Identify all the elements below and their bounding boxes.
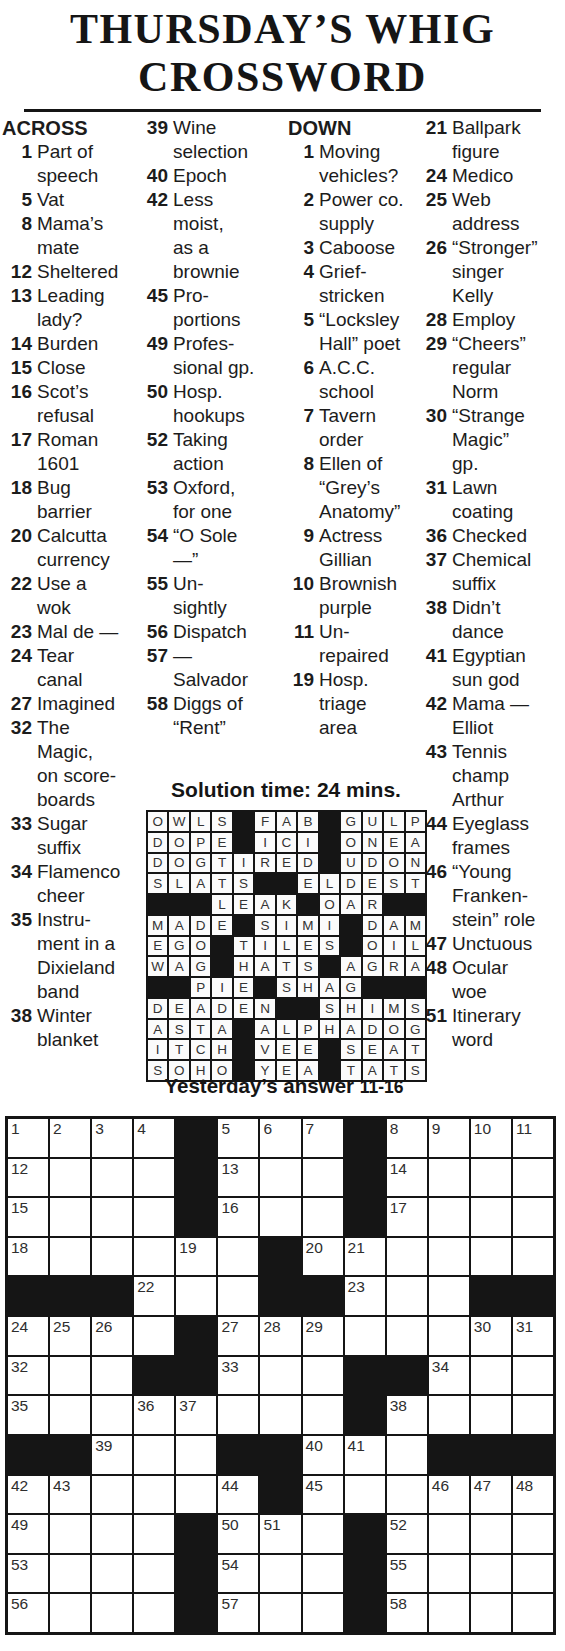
clue-down-43: 43Tennis champ Arthur (417, 740, 565, 812)
grid-cell[interactable] (134, 1436, 174, 1474)
clue-number: 5 (280, 308, 314, 332)
solution-letter-cell: O (191, 937, 210, 956)
grid-cell[interactable] (303, 1594, 343, 1632)
clue-across-5: 5Vat (2, 188, 134, 212)
grid-cell[interactable] (92, 1238, 132, 1276)
grid-cell[interactable]: 52 (387, 1515, 427, 1553)
clue-number: 34 (2, 860, 32, 884)
grid-cell[interactable] (513, 1555, 553, 1593)
solution-block-cell (384, 895, 403, 914)
grid-cell[interactable]: 33 (218, 1357, 258, 1395)
clue-down-7: 7Tavern order (280, 404, 418, 452)
clue-text: — Salvador (168, 644, 248, 692)
clue-text: “Locksley Hall” poet (314, 308, 400, 356)
cell-number: 55 (390, 1555, 407, 1574)
grid-cell[interactable]: 45 (303, 1476, 343, 1514)
solution-letter-cell: I (212, 978, 231, 997)
cell-number: 51 (263, 1515, 280, 1534)
solution-letter-cell: E (277, 1040, 296, 1059)
grid-cell[interactable] (387, 1436, 427, 1474)
clue-across-33: 33Sugar suffix (2, 812, 134, 860)
clue-text: Tear canal (32, 644, 82, 692)
solution-letter-cell: A (148, 1020, 167, 1039)
solution-letter-cell: A (255, 1020, 274, 1039)
clue-text: Actress Gillian (314, 524, 382, 572)
solution-block-cell (320, 833, 339, 852)
solution-block-cell (277, 999, 296, 1018)
grid-cell[interactable]: 25 (50, 1317, 90, 1355)
grid-cell[interactable]: 26 (92, 1317, 132, 1355)
cell-number: 58 (390, 1594, 407, 1613)
grid-cell[interactable] (134, 1594, 174, 1632)
solution-letter-cell: O (169, 854, 188, 873)
solution-letter-cell: E (277, 854, 296, 873)
solution-letter-cell: I (255, 937, 274, 956)
grid-cell[interactable]: 55 (387, 1555, 427, 1593)
grid-cell[interactable]: 3 (92, 1119, 132, 1157)
solution-block-cell (320, 854, 339, 873)
solution-letter-cell: T (234, 937, 253, 956)
solution-letter-cell: S (277, 978, 296, 997)
solution-letter-cell: N (406, 854, 425, 873)
grid-cell[interactable] (92, 1396, 132, 1434)
clue-number: 21 (417, 116, 447, 140)
clue-number: 27 (2, 692, 32, 716)
crossword-grid: 1234567891011121314151617181920212223242… (5, 1116, 556, 1635)
grid-cell[interactable]: 37 (176, 1396, 216, 1434)
grid-cell[interactable]: 18 (8, 1238, 48, 1276)
grid-cell[interactable]: 36 (134, 1396, 174, 1434)
clue-across-50: 50Hosp. hookups (138, 380, 272, 428)
solution-letter-cell: T (191, 1020, 210, 1039)
grid-cell[interactable] (471, 1159, 511, 1197)
clue-down-29: 29“Cheers” regular Norm (417, 332, 565, 404)
grid-cell[interactable] (92, 1198, 132, 1236)
grid-cell[interactable] (260, 1159, 300, 1197)
clue-text: Ballpark figure (447, 116, 521, 164)
grid-cell[interactable] (92, 1476, 132, 1514)
grid-cell[interactable] (387, 1238, 427, 1276)
grid-cell[interactable]: 22 (134, 1277, 174, 1315)
cell-number: 50 (221, 1515, 238, 1534)
grid-cell[interactable] (92, 1594, 132, 1632)
clue-text: Web address (447, 188, 520, 236)
yesterday-solution-grid: OWLSFABGULPDOPEICIONEADOGTIREDUDONSLATSE… (146, 810, 427, 1082)
clue-text: Sugar suffix (32, 812, 88, 860)
block-cell (176, 1317, 216, 1355)
grid-cell[interactable]: 38 (387, 1396, 427, 1434)
cell-number: 1 (11, 1119, 20, 1138)
clue-across-45: 45Pro- portions (138, 284, 272, 332)
solution-caption-text: Yesterday’s answer (164, 1074, 354, 1097)
grid-cell[interactable] (260, 1396, 300, 1434)
grid-cell[interactable] (471, 1555, 511, 1593)
cell-number: 23 (348, 1277, 365, 1296)
clue-across-35: 35Instru- ment in a Dixieland band (2, 908, 134, 1004)
grid-cell[interactable] (50, 1198, 90, 1236)
clue-text: Sheltered (32, 260, 118, 284)
solution-block-cell (212, 937, 231, 956)
solution-letter-cell: L (277, 1020, 296, 1039)
solution-block-cell (341, 916, 360, 935)
grid-cell[interactable]: 56 (8, 1594, 48, 1632)
solution-letter-cell: G (341, 812, 360, 831)
title-line2: CROSSWORD (0, 53, 565, 101)
solution-block-cell (148, 895, 167, 914)
grid-cell[interactable]: 5 (218, 1119, 258, 1157)
clue-number: 57 (138, 644, 168, 668)
grid-cell[interactable] (471, 1357, 511, 1395)
solution-letter-cell: E (148, 937, 167, 956)
solution-block-cell (234, 833, 253, 852)
clue-across-40: 40Epoch (138, 164, 272, 188)
cell-number: 11 (516, 1119, 532, 1138)
grid-cell[interactable] (471, 1396, 511, 1434)
grid-cell[interactable] (513, 1238, 553, 1276)
clue-number: 2 (280, 188, 314, 212)
grid-cell[interactable]: 53 (8, 1555, 48, 1593)
grid-cell[interactable]: 57 (218, 1594, 258, 1632)
grid-cell[interactable]: 35 (8, 1396, 48, 1434)
grid-cell[interactable]: 1 (8, 1119, 48, 1157)
solution-letter-cell: R (255, 854, 274, 873)
grid-cell[interactable] (50, 1357, 90, 1395)
clue-across-38: 38Winter blanket (2, 1004, 134, 1052)
clue-text: “Stronger” singer Kelly (447, 236, 538, 308)
grid-cell[interactable]: 12 (8, 1159, 48, 1197)
grid-cell[interactable] (429, 1515, 469, 1553)
grid-cell[interactable]: 24 (8, 1317, 48, 1355)
clue-number: 41 (417, 644, 447, 668)
grid-cell[interactable] (471, 1198, 511, 1236)
cell-number: 41 (348, 1436, 365, 1455)
clue-across-13: 13Leading lady? (2, 284, 134, 332)
block-cell (260, 1277, 300, 1315)
grid-cell[interactable] (134, 1515, 174, 1553)
grid-cell[interactable]: 7 (303, 1119, 343, 1157)
clue-across-24: 24Tear canal (2, 644, 134, 692)
grid-cell[interactable]: 41 (345, 1436, 385, 1474)
grid-cell[interactable]: 17 (387, 1198, 427, 1236)
grid-cell[interactable] (260, 1594, 300, 1632)
clue-text: The Magic, on score- boards (32, 716, 116, 812)
cell-number: 27 (221, 1317, 238, 1336)
grid-cell[interactable] (513, 1198, 553, 1236)
block-cell (260, 1238, 300, 1276)
clue-across-34: 34Flamenco cheer (2, 860, 134, 908)
solution-letter-cell: E (298, 937, 317, 956)
solution-letter-cell: G (191, 854, 210, 873)
grid-cell[interactable]: 49 (8, 1515, 48, 1553)
grid-cell[interactable] (429, 1594, 469, 1632)
clue-down-46: 46“Young Franken- stein” role (417, 860, 565, 932)
grid-cell[interactable] (260, 1555, 300, 1593)
grid-cell[interactable]: 10 (471, 1119, 511, 1157)
clue-text: Leading lady? (32, 284, 105, 332)
clue-text: Tennis champ Arthur (447, 740, 509, 812)
solution-letter-cell: K (277, 895, 296, 914)
grid-cell[interactable] (218, 1238, 258, 1276)
cell-number: 26 (95, 1317, 112, 1336)
grid-cell[interactable]: 32 (8, 1357, 48, 1395)
grid-cell[interactable] (429, 1555, 469, 1593)
solution-caption: Yesterday’s answer 11-16 (128, 1074, 440, 1098)
clue-across-16: 16Scot’s refusal (2, 380, 134, 428)
grid-cell[interactable] (260, 1357, 300, 1395)
block-cell (176, 1594, 216, 1632)
grid-cell[interactable] (92, 1357, 132, 1395)
solution-letter-cell: A (384, 1040, 403, 1059)
cell-number: 7 (306, 1119, 315, 1138)
grid-cell[interactable]: 13 (218, 1159, 258, 1197)
cell-number: 33 (221, 1357, 238, 1376)
grid-cell[interactable] (50, 1515, 90, 1553)
grid-cell[interactable] (303, 1159, 343, 1197)
grid-cell[interactable] (50, 1238, 90, 1276)
solution-letter-cell: T (406, 874, 425, 893)
grid-cell[interactable]: 2 (50, 1119, 90, 1157)
clue-text: Tavern order (314, 404, 376, 452)
cell-number: 49 (11, 1515, 28, 1534)
grid-cell[interactable] (303, 1555, 343, 1593)
cell-number: 25 (53, 1317, 70, 1336)
grid-cell[interactable] (176, 1476, 216, 1514)
grid-cell[interactable]: 14 (387, 1159, 427, 1197)
solution-letter-cell: E (384, 833, 403, 852)
solution-block-cell (277, 874, 296, 893)
clue-number: 58 (138, 692, 168, 716)
grid-cell[interactable]: 9 (429, 1119, 469, 1157)
clue-across-20: 20Calcutta currency (2, 524, 134, 572)
block-cell (50, 1277, 90, 1315)
solution-block-cell (148, 978, 167, 997)
grid-cell[interactable]: 44 (218, 1476, 258, 1514)
grid-cell[interactable] (50, 1594, 90, 1632)
grid-cell[interactable] (345, 1317, 385, 1355)
solution-letter-cell: H (234, 957, 253, 976)
cell-number: 53 (11, 1555, 28, 1574)
clue-text: “O Sole —” (168, 524, 237, 572)
grid-cell[interactable]: 28 (260, 1317, 300, 1355)
clue-number: 22 (2, 572, 32, 596)
grid-cell[interactable]: 15 (8, 1198, 48, 1236)
block-cell (345, 1357, 385, 1395)
grid-cell[interactable] (50, 1555, 90, 1593)
grid-cell[interactable]: 30 (471, 1317, 511, 1355)
grid-cell[interactable] (513, 1594, 553, 1632)
clue-number: 26 (417, 236, 447, 260)
grid-cell[interactable] (429, 1277, 469, 1315)
grid-cell[interactable] (513, 1357, 553, 1395)
clue-across-32: 32The Magic, on score- boards (2, 716, 134, 812)
grid-cell[interactable] (429, 1159, 469, 1197)
grid-cell[interactable] (303, 1198, 343, 1236)
grid-cell[interactable] (471, 1515, 511, 1553)
clue-number: 6 (280, 356, 314, 380)
block-cell (134, 1357, 174, 1395)
clue-text: Un- sightly (168, 572, 227, 620)
across-clues-column-1: ACROSS1Part of speech5Vat8Mama’s mate12S… (2, 116, 134, 1052)
grid-cell[interactable] (176, 1277, 216, 1315)
grid-cell[interactable]: 16 (218, 1198, 258, 1236)
solution-letter-cell: D (298, 854, 317, 873)
grid-cell[interactable] (134, 1198, 174, 1236)
grid-cell[interactable]: 39 (92, 1436, 132, 1474)
solution-date: 11-16 (360, 1077, 404, 1097)
grid-cell[interactable] (387, 1277, 427, 1315)
grid-cell[interactable]: 21 (345, 1238, 385, 1276)
cell-number: 57 (221, 1594, 238, 1613)
cell-number: 48 (516, 1476, 533, 1495)
grid-cell[interactable] (50, 1159, 90, 1197)
clue-number: 32 (2, 716, 32, 740)
grid-cell[interactable]: 34 (429, 1357, 469, 1395)
clue-number: 20 (2, 524, 32, 548)
solution-letter-cell: D (148, 999, 167, 1018)
grid-cell[interactable] (429, 1317, 469, 1355)
cell-number: 40 (306, 1436, 323, 1455)
clue-number: 29 (417, 332, 447, 356)
clue-down-10: 10Brownish purple (280, 572, 418, 620)
grid-cell[interactable]: 54 (218, 1555, 258, 1593)
grid-cell[interactable] (92, 1159, 132, 1197)
solution-letter-cell: A (191, 874, 210, 893)
grid-cell[interactable] (513, 1396, 553, 1434)
grid-cell[interactable]: 29 (303, 1317, 343, 1355)
solution-letter-cell: O (384, 854, 403, 873)
grid-cell[interactable]: 31 (513, 1317, 553, 1355)
clue-down-6: 6A.C.C. school (280, 356, 418, 404)
grid-cell[interactable] (471, 1594, 511, 1632)
clue-across-15: 15Close (2, 356, 134, 380)
clue-text: Flamenco cheer (32, 860, 120, 908)
grid-cell[interactable] (260, 1198, 300, 1236)
clue-text: Instru- ment in a Dixieland band (32, 908, 115, 1004)
clue-down-9: 9Actress Gillian (280, 524, 418, 572)
cell-number: 24 (11, 1317, 28, 1336)
solution-letter-cell: S (320, 999, 339, 1018)
grid-cell[interactable] (134, 1159, 174, 1197)
clue-across-12: 12Sheltered (2, 260, 134, 284)
solution-letter-cell: D (341, 874, 360, 893)
solution-letter-cell: H (212, 1040, 231, 1059)
grid-cell[interactable]: 48 (513, 1476, 553, 1514)
clue-text: Unctuous (447, 932, 532, 956)
solution-block-cell (406, 978, 425, 997)
grid-cell[interactable] (345, 1476, 385, 1514)
clue-down-21: 21Ballpark figure (417, 116, 565, 164)
grid-cell[interactable] (303, 1515, 343, 1553)
grid-cell[interactable] (429, 1238, 469, 1276)
grid-cell[interactable] (134, 1476, 174, 1514)
clue-across-23: 23Mal de — (2, 620, 134, 644)
solution-letter-cell: T (212, 854, 231, 873)
cell-number: 31 (516, 1317, 533, 1336)
grid-cell[interactable] (134, 1317, 174, 1355)
grid-cell[interactable] (218, 1396, 258, 1434)
solution-letter-cell: L (320, 874, 339, 893)
solution-letter-cell: L (169, 874, 188, 893)
clue-text: Eyeglass frames (447, 812, 529, 860)
grid-cell[interactable] (513, 1515, 553, 1553)
solution-letter-cell: A (384, 916, 403, 935)
clue-text: Mal de — (32, 620, 118, 644)
grid-cell[interactable] (471, 1238, 511, 1276)
grid-cell[interactable] (176, 1436, 216, 1474)
clue-number: 24 (417, 164, 447, 188)
cell-number: 35 (11, 1396, 28, 1415)
solution-letter-cell: S (148, 874, 167, 893)
grid-cell[interactable] (387, 1317, 427, 1355)
grid-cell[interactable]: 42 (8, 1476, 48, 1514)
solution-letter-cell: E (234, 999, 253, 1018)
clue-text: Caboose (314, 236, 395, 260)
grid-cell[interactable] (134, 1238, 174, 1276)
clue-down-28: 28Employ (417, 308, 565, 332)
block-cell (513, 1436, 553, 1474)
grid-cell[interactable]: 6 (260, 1119, 300, 1157)
grid-cell[interactable] (303, 1396, 343, 1434)
grid-cell[interactable] (218, 1277, 258, 1315)
grid-cell[interactable] (50, 1396, 90, 1434)
solution-letter-cell: I (234, 854, 253, 873)
block-cell (176, 1159, 216, 1197)
grid-cell[interactable]: 8 (387, 1119, 427, 1157)
grid-cell[interactable]: 11 (513, 1119, 553, 1157)
grid-cell[interactable] (513, 1159, 553, 1197)
clue-number: 25 (417, 188, 447, 212)
grid-cell[interactable]: 51 (260, 1515, 300, 1553)
grid-cell[interactable]: 58 (387, 1594, 427, 1632)
solution-letter-cell: L (212, 895, 231, 914)
solution-block-cell (169, 895, 188, 914)
grid-cell[interactable]: 47 (471, 1476, 511, 1514)
grid-cell[interactable]: 50 (218, 1515, 258, 1553)
grid-cell[interactable] (92, 1555, 132, 1593)
clue-text: Use a wok (32, 572, 87, 620)
grid-cell[interactable] (429, 1198, 469, 1236)
clue-number: 14 (2, 332, 32, 356)
grid-cell[interactable]: 19 (176, 1238, 216, 1276)
clue-across-57: 57— Salvador (138, 644, 272, 692)
block-cell (429, 1436, 469, 1474)
clue-down-42: 42Mama — Elliot (417, 692, 565, 740)
grid-cell[interactable]: 27 (218, 1317, 258, 1355)
grid-cell[interactable] (303, 1357, 343, 1395)
grid-cell[interactable] (92, 1515, 132, 1553)
grid-cell[interactable] (429, 1396, 469, 1434)
grid-cell[interactable] (134, 1555, 174, 1593)
clue-number: 9 (280, 524, 314, 548)
grid-cell[interactable]: 46 (429, 1476, 469, 1514)
grid-cell[interactable]: 4 (134, 1119, 174, 1157)
solution-letter-cell: D (363, 916, 382, 935)
solution-letter-cell: I (277, 916, 296, 935)
clue-number: 43 (417, 740, 447, 764)
grid-cell[interactable] (387, 1476, 427, 1514)
block-cell (345, 1159, 385, 1197)
grid-cell[interactable]: 23 (345, 1277, 385, 1315)
solution-block-cell (298, 999, 317, 1018)
solution-block-cell (234, 1020, 253, 1039)
clue-number: 39 (138, 116, 168, 140)
solution-letter-cell: S (234, 874, 253, 893)
grid-cell[interactable]: 40 (303, 1436, 343, 1474)
clue-number: 8 (2, 212, 32, 236)
grid-cell[interactable]: 20 (303, 1238, 343, 1276)
solution-letter-cell: W (169, 812, 188, 831)
grid-cell[interactable]: 43 (50, 1476, 90, 1514)
